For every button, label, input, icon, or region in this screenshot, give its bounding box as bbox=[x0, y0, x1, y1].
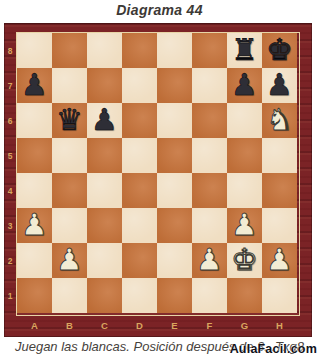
square-e7 bbox=[157, 68, 192, 103]
square-b5 bbox=[52, 138, 87, 173]
square-h6: ♞ bbox=[262, 103, 297, 138]
piece-white-knight: ♞ bbox=[262, 103, 297, 138]
square-c5 bbox=[87, 138, 122, 173]
square-c1 bbox=[87, 278, 122, 313]
square-f6 bbox=[192, 103, 227, 138]
square-d4 bbox=[122, 173, 157, 208]
square-d1 bbox=[122, 278, 157, 313]
piece-black-king: ♚ bbox=[262, 33, 297, 68]
diagram-title: Diagrama 44 bbox=[0, 2, 319, 18]
square-d5 bbox=[122, 138, 157, 173]
piece-black-pawn: ♟ bbox=[17, 68, 52, 103]
piece-white-pawn: ♟ bbox=[192, 243, 227, 278]
square-a3: ♟ bbox=[17, 208, 52, 243]
square-g6 bbox=[227, 103, 262, 138]
square-b3 bbox=[52, 208, 87, 243]
square-d8 bbox=[122, 33, 157, 68]
chess-board-frame: 87654321 ♜♚♟♟♟♛♟♞♟♟♟♟♚♟ ABCDEFGH bbox=[4, 23, 312, 337]
aulafacil-watermark: AulaFacil.com bbox=[230, 342, 317, 356]
square-f1 bbox=[192, 278, 227, 313]
square-h5 bbox=[262, 138, 297, 173]
square-a1 bbox=[17, 278, 52, 313]
piece-black-queen: ♛ bbox=[52, 103, 87, 138]
square-e2 bbox=[157, 243, 192, 278]
square-c7 bbox=[87, 68, 122, 103]
square-f3 bbox=[192, 208, 227, 243]
square-a8 bbox=[17, 33, 52, 68]
file-label-b: B bbox=[52, 314, 87, 336]
square-c4 bbox=[87, 173, 122, 208]
square-b1 bbox=[52, 278, 87, 313]
square-f5 bbox=[192, 138, 227, 173]
square-e3 bbox=[157, 208, 192, 243]
square-a5 bbox=[17, 138, 52, 173]
square-b7 bbox=[52, 68, 87, 103]
piece-white-pawn: ♟ bbox=[227, 208, 262, 243]
square-h2: ♟ bbox=[262, 243, 297, 278]
square-a6 bbox=[17, 103, 52, 138]
rank-labels: 87654321 bbox=[4, 33, 16, 313]
square-c6: ♟ bbox=[87, 103, 122, 138]
rank-label-4: 4 bbox=[4, 173, 16, 208]
piece-white-pawn: ♟ bbox=[52, 243, 87, 278]
square-c3 bbox=[87, 208, 122, 243]
square-h3 bbox=[262, 208, 297, 243]
square-h8: ♚ bbox=[262, 33, 297, 68]
file-label-g: G bbox=[227, 314, 262, 336]
square-a2 bbox=[17, 243, 52, 278]
square-b6: ♛ bbox=[52, 103, 87, 138]
file-label-f: F bbox=[192, 314, 227, 336]
square-g1 bbox=[227, 278, 262, 313]
file-label-h: H bbox=[262, 314, 297, 336]
square-e8 bbox=[157, 33, 192, 68]
chess-board: ♜♚♟♟♟♛♟♞♟♟♟♟♚♟ bbox=[16, 32, 300, 316]
rank-label-2: 2 bbox=[4, 243, 16, 278]
square-f2: ♟ bbox=[192, 243, 227, 278]
square-e6 bbox=[157, 103, 192, 138]
square-g4 bbox=[227, 173, 262, 208]
square-g5 bbox=[227, 138, 262, 173]
square-f4 bbox=[192, 173, 227, 208]
square-c2 bbox=[87, 243, 122, 278]
square-f8 bbox=[192, 33, 227, 68]
square-h7: ♟ bbox=[262, 68, 297, 103]
rank-label-7: 7 bbox=[4, 68, 16, 103]
file-label-e: E bbox=[157, 314, 192, 336]
square-f7 bbox=[192, 68, 227, 103]
square-g2: ♚ bbox=[227, 243, 262, 278]
rank-label-1: 1 bbox=[4, 278, 16, 313]
file-label-d: D bbox=[122, 314, 157, 336]
square-d3 bbox=[122, 208, 157, 243]
square-g3: ♟ bbox=[227, 208, 262, 243]
square-c8 bbox=[87, 33, 122, 68]
rank-label-5: 5 bbox=[4, 138, 16, 173]
piece-black-pawn: ♟ bbox=[87, 103, 122, 138]
square-e5 bbox=[157, 138, 192, 173]
piece-white-pawn: ♟ bbox=[262, 243, 297, 278]
chess-diagram-page: Diagrama 44 87654321 ♜♚♟♟♟♛♟♞♟♟♟♟♚♟ ABCD… bbox=[0, 0, 319, 357]
square-b8 bbox=[52, 33, 87, 68]
piece-black-rook: ♜ bbox=[227, 33, 262, 68]
file-labels: ABCDEFGH bbox=[17, 314, 297, 336]
square-d2 bbox=[122, 243, 157, 278]
piece-black-pawn: ♟ bbox=[262, 68, 297, 103]
square-d7 bbox=[122, 68, 157, 103]
square-g8: ♜ bbox=[227, 33, 262, 68]
rank-label-8: 8 bbox=[4, 33, 16, 68]
square-a4 bbox=[17, 173, 52, 208]
square-g7: ♟ bbox=[227, 68, 262, 103]
rank-label-3: 3 bbox=[4, 208, 16, 243]
square-e4 bbox=[157, 173, 192, 208]
square-h1 bbox=[262, 278, 297, 313]
square-h4 bbox=[262, 173, 297, 208]
square-b2: ♟ bbox=[52, 243, 87, 278]
piece-black-pawn: ♟ bbox=[227, 68, 262, 103]
square-e1 bbox=[157, 278, 192, 313]
rank-label-6: 6 bbox=[4, 103, 16, 138]
square-d6 bbox=[122, 103, 157, 138]
file-label-c: C bbox=[87, 314, 122, 336]
piece-white-king: ♚ bbox=[227, 243, 262, 278]
piece-white-pawn: ♟ bbox=[17, 208, 52, 243]
file-label-a: A bbox=[17, 314, 52, 336]
square-b4 bbox=[52, 173, 87, 208]
square-a7: ♟ bbox=[17, 68, 52, 103]
